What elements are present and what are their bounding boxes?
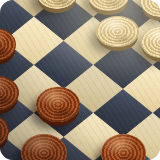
checker-piece-dark[interactable]: [0, 76, 19, 110]
checker-piece-light[interactable]: [141, 0, 160, 17]
checker-piece-light[interactable]: [88, 0, 129, 11]
pieces-layer: [0, 0, 160, 160]
checker-piece-dark[interactable]: [36, 87, 80, 122]
checker-piece-dark[interactable]: [0, 114, 9, 148]
checker-piece-light[interactable]: [96, 16, 139, 47]
app-icon-canvas[interactable]: [0, 0, 160, 160]
checker-piece-dark[interactable]: [101, 134, 146, 160]
checker-piece-light[interactable]: [37, 0, 77, 9]
checker-piece-light[interactable]: [141, 26, 160, 58]
checker-piece-dark[interactable]: [21, 134, 67, 160]
checker-piece-dark[interactable]: [0, 28, 16, 61]
